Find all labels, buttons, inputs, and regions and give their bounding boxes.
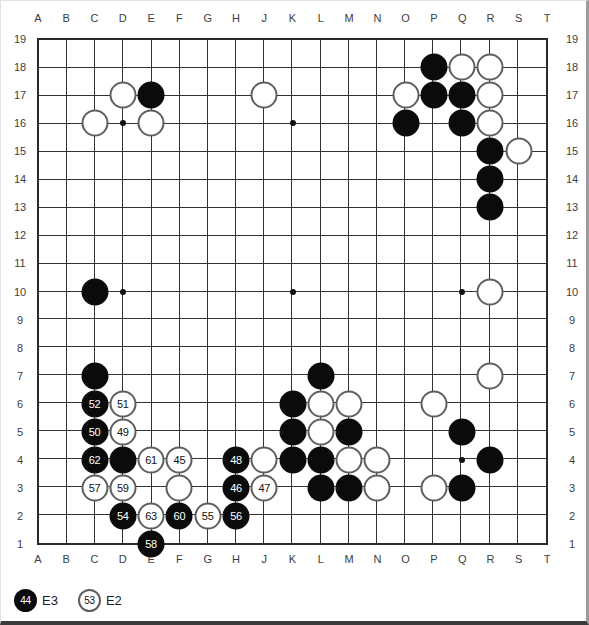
coord-left-6: 6 bbox=[17, 398, 23, 409]
board-cell bbox=[321, 180, 349, 208]
coord-top-H: H bbox=[232, 13, 240, 24]
coord-bottom-D: D bbox=[119, 554, 127, 565]
board-cell bbox=[349, 40, 377, 68]
black-stone bbox=[307, 474, 334, 501]
coord-right-4: 4 bbox=[569, 454, 575, 465]
black-stone bbox=[279, 390, 306, 417]
coord-top-F: F bbox=[176, 13, 183, 24]
white-stone bbox=[477, 278, 504, 305]
board-cell bbox=[123, 292, 151, 320]
coord-left-1: 1 bbox=[17, 539, 23, 550]
black-stone bbox=[81, 278, 108, 305]
legend-point-label: E3 bbox=[42, 593, 58, 608]
coord-left-15: 15 bbox=[14, 146, 26, 157]
coord-top-G: G bbox=[203, 13, 212, 24]
black-stone bbox=[307, 446, 334, 473]
white-stone bbox=[477, 110, 504, 137]
board-cell bbox=[152, 292, 180, 320]
board-cell bbox=[321, 68, 349, 96]
legend-white-stone: 53 bbox=[78, 589, 101, 612]
black-stone: 50 bbox=[81, 418, 108, 445]
coord-bottom-L: L bbox=[318, 554, 324, 565]
board-cell bbox=[152, 264, 180, 292]
board-cell bbox=[208, 375, 236, 403]
coord-left-2: 2 bbox=[17, 511, 23, 522]
white-stone bbox=[138, 110, 165, 137]
black-stone bbox=[336, 474, 363, 501]
white-stone: 49 bbox=[109, 418, 136, 445]
black-stone bbox=[477, 166, 504, 193]
coord-bottom-H: H bbox=[232, 554, 240, 565]
board-cell bbox=[152, 208, 180, 236]
board-cell bbox=[39, 459, 67, 487]
board-cell bbox=[264, 124, 292, 152]
black-stone bbox=[81, 362, 108, 389]
white-stone bbox=[251, 446, 278, 473]
board-cell bbox=[208, 347, 236, 375]
board-cell bbox=[433, 208, 461, 236]
coord-left-18: 18 bbox=[14, 62, 26, 73]
coord-right-17: 17 bbox=[566, 90, 578, 101]
white-stone: 47 bbox=[251, 474, 278, 501]
board-cell bbox=[236, 208, 264, 236]
board-cell bbox=[292, 68, 320, 96]
go-diagram-frame: AABBCCDDEEFFGGHHJJKKLLMMNNOOPPQQRRSSTT19… bbox=[0, 0, 589, 625]
black-stone bbox=[336, 418, 363, 445]
board-cell bbox=[518, 180, 546, 208]
board-cell bbox=[95, 152, 123, 180]
black-stone: 62 bbox=[81, 446, 108, 473]
coord-top-J: J bbox=[261, 13, 267, 24]
board-cell bbox=[349, 292, 377, 320]
board-cell bbox=[518, 264, 546, 292]
coord-top-R: R bbox=[486, 13, 494, 24]
board-cell bbox=[264, 292, 292, 320]
coord-bottom-M: M bbox=[344, 554, 353, 565]
board-cell bbox=[95, 236, 123, 264]
board-cell bbox=[377, 208, 405, 236]
coord-top-E: E bbox=[147, 13, 154, 24]
black-stone bbox=[279, 418, 306, 445]
board-cell bbox=[39, 487, 67, 515]
white-stone bbox=[81, 110, 108, 137]
board-cell bbox=[39, 515, 67, 543]
board-cell bbox=[433, 292, 461, 320]
board-cell bbox=[67, 152, 95, 180]
coord-right-14: 14 bbox=[566, 174, 578, 185]
white-stone bbox=[420, 474, 447, 501]
black-stone bbox=[449, 474, 476, 501]
board-cell bbox=[518, 487, 546, 515]
coord-bottom-Q: Q bbox=[458, 554, 467, 565]
board-cell bbox=[405, 347, 433, 375]
board-cell bbox=[518, 347, 546, 375]
board-cell bbox=[377, 515, 405, 543]
black-stone: 60 bbox=[166, 503, 193, 530]
black-stone bbox=[420, 82, 447, 109]
coord-left-5: 5 bbox=[17, 426, 23, 437]
board-cell bbox=[67, 68, 95, 96]
board-cell bbox=[208, 152, 236, 180]
board-cell bbox=[123, 319, 151, 347]
white-stone bbox=[307, 390, 334, 417]
board-cell bbox=[236, 319, 264, 347]
board-cell bbox=[208, 264, 236, 292]
board-cell bbox=[264, 40, 292, 68]
coord-top-T: T bbox=[544, 13, 551, 24]
coord-left-9: 9 bbox=[17, 314, 23, 325]
board-cell bbox=[152, 375, 180, 403]
white-stone bbox=[336, 390, 363, 417]
coord-bottom-C: C bbox=[91, 554, 99, 565]
coord-bottom-B: B bbox=[63, 554, 70, 565]
board-cell bbox=[321, 40, 349, 68]
board-cell bbox=[518, 459, 546, 487]
board-cell bbox=[236, 40, 264, 68]
goban: AABBCCDDEEFFGGHHJJKKLLMMNNOOPPQQRRSSTT19… bbox=[1, 1, 587, 581]
board-cell bbox=[518, 515, 546, 543]
board-cell bbox=[433, 264, 461, 292]
board-cell bbox=[180, 180, 208, 208]
board-cell bbox=[405, 292, 433, 320]
board-cell bbox=[405, 431, 433, 459]
white-stone: 45 bbox=[166, 446, 193, 473]
board-cell bbox=[264, 515, 292, 543]
coord-top-K: K bbox=[289, 13, 296, 24]
board-cell bbox=[490, 487, 518, 515]
board-cell bbox=[377, 292, 405, 320]
black-stone bbox=[449, 82, 476, 109]
board-cell bbox=[264, 180, 292, 208]
board-cell bbox=[518, 236, 546, 264]
legend-black-stone: 44 bbox=[14, 589, 37, 612]
board-cell bbox=[377, 236, 405, 264]
board-cell bbox=[123, 208, 151, 236]
board-cell bbox=[349, 124, 377, 152]
coord-top-S: S bbox=[515, 13, 522, 24]
board-cell bbox=[405, 180, 433, 208]
black-stone bbox=[420, 54, 447, 81]
star-point bbox=[120, 289, 126, 295]
coord-left-7: 7 bbox=[17, 370, 23, 381]
board-cell bbox=[236, 236, 264, 264]
coord-bottom-N: N bbox=[373, 554, 381, 565]
board-cell bbox=[518, 208, 546, 236]
coord-bottom-A: A bbox=[34, 554, 41, 565]
board-cell bbox=[264, 208, 292, 236]
board-cell bbox=[39, 347, 67, 375]
board-cell bbox=[405, 236, 433, 264]
coord-left-4: 4 bbox=[17, 454, 23, 465]
legend-point-label: E2 bbox=[106, 593, 122, 608]
board-cell bbox=[490, 319, 518, 347]
board-cell bbox=[180, 124, 208, 152]
board-cell bbox=[518, 431, 546, 459]
board-cell bbox=[349, 208, 377, 236]
board-cell bbox=[518, 68, 546, 96]
coord-bottom-F: F bbox=[176, 554, 183, 565]
board-cell bbox=[349, 180, 377, 208]
coord-right-5: 5 bbox=[569, 426, 575, 437]
white-stone: 57 bbox=[81, 474, 108, 501]
board-cell bbox=[292, 515, 320, 543]
board-cell bbox=[152, 180, 180, 208]
board-cell bbox=[405, 208, 433, 236]
coord-top-L: L bbox=[318, 13, 324, 24]
board-cell bbox=[236, 347, 264, 375]
white-stone bbox=[477, 54, 504, 81]
coord-bottom-P: P bbox=[430, 554, 437, 565]
board-cell bbox=[208, 319, 236, 347]
coord-top-M: M bbox=[344, 13, 353, 24]
board-cell bbox=[208, 236, 236, 264]
board-cell bbox=[123, 347, 151, 375]
board-cell bbox=[349, 515, 377, 543]
board-cell bbox=[349, 236, 377, 264]
board-cell bbox=[39, 68, 67, 96]
coord-left-14: 14 bbox=[14, 174, 26, 185]
coord-right-11: 11 bbox=[566, 258, 577, 269]
coord-left-12: 12 bbox=[14, 230, 26, 241]
coord-bottom-S: S bbox=[515, 554, 522, 565]
board-cell bbox=[95, 180, 123, 208]
board-cell bbox=[349, 319, 377, 347]
board-cell bbox=[152, 347, 180, 375]
white-stone bbox=[364, 474, 391, 501]
black-stone bbox=[307, 362, 334, 389]
board-cell bbox=[152, 40, 180, 68]
board-cell bbox=[321, 264, 349, 292]
board-cell bbox=[377, 180, 405, 208]
black-stone: 58 bbox=[138, 531, 165, 558]
board-cell bbox=[67, 180, 95, 208]
black-stone: 52 bbox=[81, 390, 108, 417]
board-cell bbox=[433, 152, 461, 180]
white-stone bbox=[449, 54, 476, 81]
coord-bottom-O: O bbox=[401, 554, 410, 565]
board-cell bbox=[236, 292, 264, 320]
white-stone bbox=[307, 418, 334, 445]
star-point bbox=[290, 120, 296, 126]
white-stone bbox=[364, 446, 391, 473]
black-stone bbox=[477, 446, 504, 473]
coord-right-12: 12 bbox=[566, 230, 578, 241]
coord-bottom-R: R bbox=[486, 554, 494, 565]
coord-right-18: 18 bbox=[566, 62, 578, 73]
board-cell bbox=[321, 236, 349, 264]
coord-left-17: 17 bbox=[14, 90, 26, 101]
board-cell bbox=[518, 40, 546, 68]
board-cell bbox=[180, 319, 208, 347]
board-cell bbox=[180, 96, 208, 124]
coord-left-19: 19 bbox=[14, 34, 26, 45]
board-cell bbox=[39, 403, 67, 431]
board-cell bbox=[180, 347, 208, 375]
coord-bottom-J: J bbox=[261, 554, 267, 565]
black-stone bbox=[477, 138, 504, 165]
board-cell bbox=[180, 152, 208, 180]
board-cell bbox=[433, 180, 461, 208]
coord-top-O: O bbox=[401, 13, 410, 24]
board-cell bbox=[152, 319, 180, 347]
coord-bottom-K: K bbox=[289, 554, 296, 565]
board-cell bbox=[208, 68, 236, 96]
board-cell bbox=[292, 124, 320, 152]
board-cell bbox=[433, 347, 461, 375]
board-cell bbox=[433, 319, 461, 347]
coord-right-16: 16 bbox=[566, 118, 578, 129]
board-cell bbox=[292, 40, 320, 68]
board-cell bbox=[180, 375, 208, 403]
board-cell bbox=[518, 375, 546, 403]
board-cell bbox=[39, 96, 67, 124]
board-cell bbox=[292, 292, 320, 320]
coord-top-P: P bbox=[430, 13, 437, 24]
board-cell bbox=[377, 319, 405, 347]
board-cell bbox=[208, 180, 236, 208]
board-cell bbox=[39, 375, 67, 403]
board-cell bbox=[152, 403, 180, 431]
black-stone: 48 bbox=[222, 446, 249, 473]
white-stone bbox=[477, 362, 504, 389]
black-stone bbox=[279, 446, 306, 473]
coord-right-13: 13 bbox=[566, 202, 578, 213]
board-cell bbox=[264, 152, 292, 180]
coord-right-3: 3 bbox=[569, 482, 575, 493]
board-cell bbox=[490, 515, 518, 543]
black-stone bbox=[138, 82, 165, 109]
coord-top-N: N bbox=[373, 13, 381, 24]
board-cell bbox=[377, 152, 405, 180]
board-cell bbox=[208, 208, 236, 236]
board-cell bbox=[490, 403, 518, 431]
board-cell bbox=[292, 208, 320, 236]
board-cell bbox=[292, 236, 320, 264]
board-cell bbox=[180, 292, 208, 320]
star-point bbox=[459, 457, 465, 463]
board-cell bbox=[461, 236, 489, 264]
coord-left-16: 16 bbox=[14, 118, 26, 129]
board-cell bbox=[236, 180, 264, 208]
board-cell bbox=[39, 152, 67, 180]
board-cell bbox=[67, 208, 95, 236]
coord-left-13: 13 bbox=[14, 202, 26, 213]
black-stone: 54 bbox=[109, 503, 136, 530]
board-cell bbox=[95, 40, 123, 68]
board-cell bbox=[518, 403, 546, 431]
board-cell bbox=[292, 152, 320, 180]
white-stone bbox=[392, 82, 419, 109]
board-cell bbox=[433, 236, 461, 264]
board-cell bbox=[292, 319, 320, 347]
board-cell bbox=[236, 403, 264, 431]
board-cell bbox=[39, 208, 67, 236]
coord-right-6: 6 bbox=[569, 398, 575, 409]
black-stone bbox=[392, 110, 419, 137]
board-cell bbox=[518, 96, 546, 124]
board-cell bbox=[321, 152, 349, 180]
board-cell bbox=[377, 40, 405, 68]
board-cell bbox=[377, 264, 405, 292]
board-cell bbox=[208, 96, 236, 124]
coord-bottom-G: G bbox=[203, 554, 212, 565]
board-cell bbox=[518, 319, 546, 347]
board-cell bbox=[461, 515, 489, 543]
board-cell bbox=[321, 319, 349, 347]
coord-right-10: 10 bbox=[566, 286, 578, 297]
coord-right-15: 15 bbox=[566, 146, 578, 157]
coord-top-Q: Q bbox=[458, 13, 467, 24]
black-stone: 56 bbox=[222, 503, 249, 530]
board-cell bbox=[405, 515, 433, 543]
board-cell bbox=[377, 347, 405, 375]
board-cell bbox=[321, 208, 349, 236]
board-cell bbox=[180, 208, 208, 236]
black-stone bbox=[449, 418, 476, 445]
board-cell bbox=[39, 264, 67, 292]
board-cell bbox=[208, 292, 236, 320]
black-stone bbox=[449, 110, 476, 137]
board-cell bbox=[208, 403, 236, 431]
star-point bbox=[290, 289, 296, 295]
coord-left-8: 8 bbox=[17, 342, 23, 353]
board-cell bbox=[39, 431, 67, 459]
coord-left-3: 3 bbox=[17, 482, 23, 493]
coord-top-A: A bbox=[34, 13, 41, 24]
board-cell bbox=[349, 96, 377, 124]
board-cell bbox=[405, 152, 433, 180]
board-cell bbox=[208, 124, 236, 152]
board-cell bbox=[39, 292, 67, 320]
board-cell bbox=[236, 375, 264, 403]
board-cell bbox=[95, 208, 123, 236]
board-cell bbox=[123, 152, 151, 180]
coord-left-11: 11 bbox=[14, 258, 25, 269]
white-stone bbox=[420, 390, 447, 417]
coord-right-2: 2 bbox=[569, 511, 575, 522]
coord-right-1: 1 bbox=[569, 539, 575, 550]
white-stone bbox=[477, 82, 504, 109]
board-cell bbox=[292, 96, 320, 124]
board-cell bbox=[39, 124, 67, 152]
coord-bottom-T: T bbox=[544, 554, 551, 565]
board-cell bbox=[95, 319, 123, 347]
white-stone: 59 bbox=[109, 474, 136, 501]
board-cell bbox=[490, 236, 518, 264]
board-cell bbox=[461, 319, 489, 347]
star-point bbox=[120, 120, 126, 126]
board-cell bbox=[377, 375, 405, 403]
board-cell bbox=[152, 236, 180, 264]
coord-right-7: 7 bbox=[569, 370, 575, 381]
board-cell bbox=[208, 40, 236, 68]
coord-right-8: 8 bbox=[569, 342, 575, 353]
board-cell bbox=[321, 96, 349, 124]
board-cell bbox=[405, 264, 433, 292]
white-stone bbox=[336, 446, 363, 473]
board-cell bbox=[292, 180, 320, 208]
white-stone bbox=[251, 82, 278, 109]
board-cell bbox=[67, 236, 95, 264]
board-cell bbox=[39, 236, 67, 264]
board-cell bbox=[152, 152, 180, 180]
board-cell bbox=[264, 319, 292, 347]
board-cell bbox=[321, 292, 349, 320]
board-cell bbox=[67, 515, 95, 543]
board-cell bbox=[349, 347, 377, 375]
board-cell bbox=[39, 180, 67, 208]
board-cell bbox=[405, 319, 433, 347]
